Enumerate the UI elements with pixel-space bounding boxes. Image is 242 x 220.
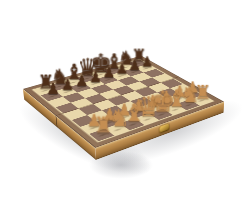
piece-contact-shadow: [141, 67, 151, 71]
piece-contact-shadow: [68, 81, 79, 85]
piece-contact-shadow: [112, 127, 124, 132]
product-photo: ♜♞♝♛♚♝♞♜♟♟♟♟♟♟♟♟♟♟♟♟♟♟♟♟♜♞♝♛♚♝♞♜: [0, 0, 242, 220]
piece-contact-shadow: [87, 125, 99, 130]
white-queen: ♛: [140, 93, 157, 120]
black-bishop: ♝: [66, 62, 82, 83]
piece-contact-shadow: [160, 101, 171, 106]
piece-contact-shadow: [173, 97, 184, 101]
piece-contact-shadow: [81, 77, 92, 81]
piece-contact-shadow: [108, 69, 118, 73]
black-knight: ♞: [119, 49, 134, 68]
white-king: ♚: [154, 86, 171, 115]
piece-contact-shadow: [146, 106, 157, 111]
piece-contact-shadow: [117, 115, 129, 120]
pieces-layer: ♜♞♝♛♚♝♞♜♟♟♟♟♟♟♟♟♟♟♟♟♟♟♟♟♜♞♝♛♚♝♞♜: [23, 56, 224, 148]
board-top-face: ♜♞♝♛♚♝♞♜♟♟♟♟♟♟♟♟♟♟♟♟♟♟♟♟♜♞♝♛♚♝♞♜: [23, 56, 224, 148]
brass-clasp-icon: [159, 124, 169, 134]
piece-contact-shadow: [95, 73, 105, 77]
piece-contact-shadow: [128, 70, 138, 74]
black-bishop: ♝: [106, 51, 121, 72]
white-pawn: ♟: [116, 102, 133, 118]
piece-contact-shadow: [169, 107, 180, 112]
black-king: ♚: [93, 50, 108, 76]
black-queen: ♛: [80, 55, 95, 79]
piece-contact-shadow: [96, 132, 108, 137]
black-knight: ♞: [52, 67, 68, 88]
piece-contact-shadow: [196, 98, 207, 102]
chess-board: ♜♞♝♛♚♝♞♜♟♟♟♟♟♟♟♟♟♟♟♟♟♟♟♟♜♞♝♛♚♝♞♜: [24, 65, 223, 160]
piece-contact-shadow: [133, 62, 143, 66]
scene: ♜♞♝♛♚♝♞♜♟♟♟♟♟♟♟♟♟♟♟♟♟♟♟♟♜♞♝♛♚♝♞♜: [0, 0, 242, 220]
